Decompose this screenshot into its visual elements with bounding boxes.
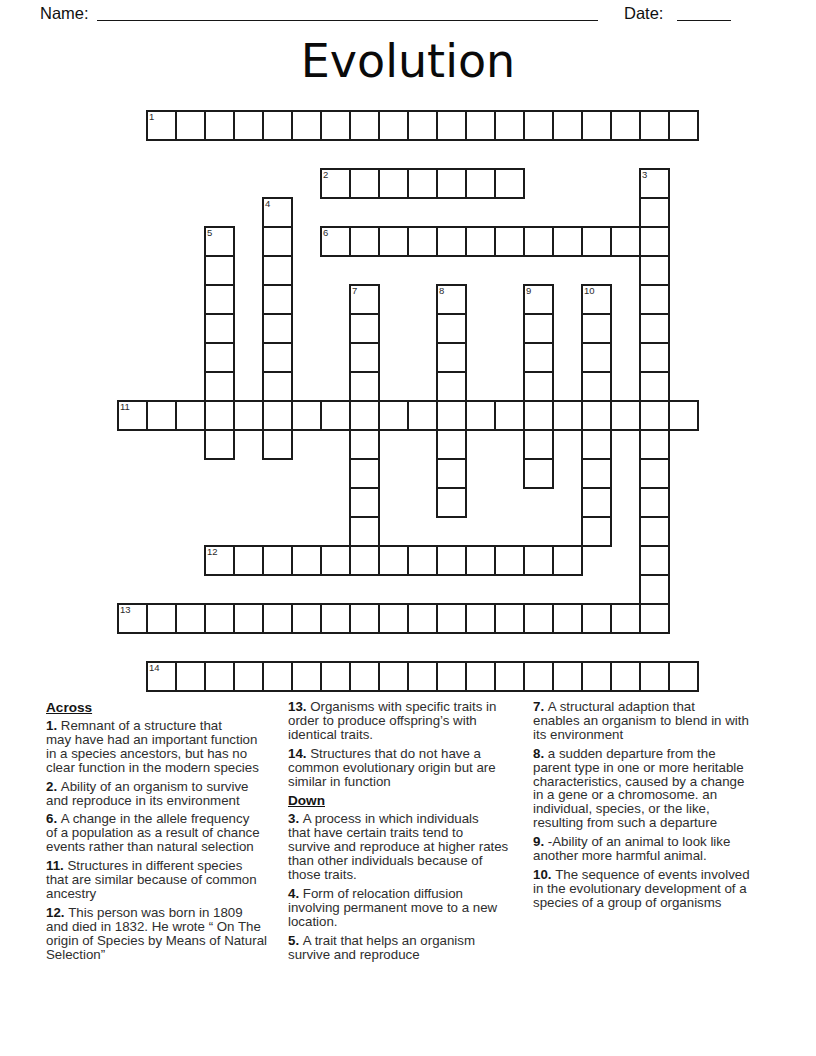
- cell-number: 9: [526, 286, 531, 296]
- grid-cell[interactable]: [262, 110, 293, 141]
- grid-cell[interactable]: [668, 400, 699, 431]
- grid-cell[interactable]: [581, 603, 612, 634]
- grid-cell[interactable]: [523, 110, 554, 141]
- grid-cell[interactable]: [436, 458, 467, 489]
- grid-cell[interactable]: [320, 545, 351, 576]
- crossword-grid: 1234567891011121314: [117, 110, 699, 692]
- grid-cell[interactable]: [639, 603, 670, 634]
- clue-number: 4.: [288, 886, 303, 901]
- clue-number: 7.: [533, 699, 548, 714]
- grid-cell[interactable]: [262, 661, 293, 692]
- grid-cell[interactable]: [581, 110, 612, 141]
- clue-number: 9.: [533, 834, 548, 849]
- grid-cell[interactable]: [204, 429, 235, 460]
- grid-cell[interactable]: [349, 400, 380, 431]
- grid-cell[interactable]: [349, 226, 380, 257]
- grid-cell[interactable]: [291, 400, 322, 431]
- grid-cell[interactable]: [639, 284, 670, 315]
- grid-cell[interactable]: [407, 168, 438, 199]
- grid-cell[interactable]: [204, 371, 235, 402]
- grid-cell[interactable]: [639, 487, 670, 518]
- grid-cell[interactable]: [639, 661, 670, 692]
- grid-cell[interactable]: [639, 516, 670, 547]
- grid-cell[interactable]: [233, 603, 264, 634]
- clue-text: Structures that do not have a common evo…: [288, 746, 496, 789]
- grid-cell[interactable]: [552, 110, 583, 141]
- clue-1: 1. Remnant of a structure that may have …: [46, 719, 294, 775]
- grid-cell[interactable]: [378, 603, 409, 634]
- grid-cell[interactable]: [494, 110, 525, 141]
- grid-cell[interactable]: [523, 661, 554, 692]
- grid-cell[interactable]: [291, 110, 322, 141]
- grid-cell[interactable]: [407, 110, 438, 141]
- grid-cell[interactable]: [465, 226, 496, 257]
- grid-cell[interactable]: [349, 429, 380, 460]
- grid-cell[interactable]: [320, 603, 351, 634]
- grid-cell[interactable]: [233, 110, 264, 141]
- grid-cell[interactable]: [262, 226, 293, 257]
- grid-cell[interactable]: [436, 371, 467, 402]
- cell-number: 13: [120, 605, 131, 615]
- grid-cell[interactable]: [639, 110, 670, 141]
- clue-14: 14. Structures that do not have a common…: [288, 747, 538, 789]
- grid-cell[interactable]: [262, 603, 293, 634]
- grid-cell[interactable]: [262, 313, 293, 344]
- cell-number: 3: [642, 170, 647, 180]
- grid-cell[interactable]: [639, 371, 670, 402]
- clue-number: 8.: [533, 746, 548, 761]
- grid-cell[interactable]: [494, 603, 525, 634]
- date-label: Date:: [624, 4, 663, 23]
- puzzle-title: Evolution: [0, 34, 816, 88]
- clue-text: A process in which individuals that have…: [288, 811, 508, 882]
- grid-cell[interactable]: [668, 661, 699, 692]
- grid-cell[interactable]: [204, 400, 235, 431]
- grid-cell[interactable]: [349, 458, 380, 489]
- grid-cell[interactable]: [407, 400, 438, 431]
- grid-cell[interactable]: [349, 313, 380, 344]
- clue-number: 10.: [533, 867, 555, 882]
- grid-cell[interactable]: [204, 661, 235, 692]
- grid-cell[interactable]: [436, 168, 467, 199]
- clue-text: Form of relocation diffusion involving p…: [288, 886, 497, 929]
- grid-cell[interactable]: [436, 342, 467, 373]
- clue-text: The sequence of events involved in the e…: [533, 867, 750, 910]
- cell-number: 2: [323, 170, 328, 180]
- grid-cell[interactable]: [639, 574, 670, 605]
- clue-11: 11. Structures in different species that…: [46, 859, 294, 901]
- grid-cell[interactable]: [349, 661, 380, 692]
- clue-number: 12.: [46, 905, 68, 920]
- clue-10: 10. The sequence of events involved in t…: [533, 868, 783, 910]
- clue-number: 5.: [288, 933, 303, 948]
- grid-cell[interactable]: [639, 400, 670, 431]
- clue-text: -Ability of an animal to look like anoth…: [533, 834, 730, 863]
- grid-cell[interactable]: [639, 545, 670, 576]
- grid-cell[interactable]: [639, 342, 670, 373]
- grid-cell[interactable]: [262, 545, 293, 576]
- grid-cell[interactable]: [523, 545, 554, 576]
- grid-cell[interactable]: [639, 458, 670, 489]
- grid-cell[interactable]: [175, 110, 206, 141]
- cell-number: 5: [207, 228, 212, 238]
- grid-cell[interactable]: [436, 603, 467, 634]
- clue-5: 5. A trait that helps an organism surviv…: [288, 934, 538, 962]
- clue-number: 1.: [46, 718, 61, 733]
- grid-cell[interactable]: [494, 400, 525, 431]
- grid-cell[interactable]: [407, 545, 438, 576]
- grid-cell[interactable]: [523, 400, 554, 431]
- grid-cell[interactable]: [523, 342, 554, 373]
- grid-cell[interactable]: [494, 168, 525, 199]
- grid-cell[interactable]: [610, 226, 641, 257]
- grid-cell[interactable]: [552, 603, 583, 634]
- grid-cell[interactable]: [581, 458, 612, 489]
- grid-cell[interactable]: [523, 429, 554, 460]
- cell-number: 12: [207, 547, 218, 557]
- grid-cell[interactable]: [204, 603, 235, 634]
- grid-cell[interactable]: [436, 226, 467, 257]
- grid-cell[interactable]: [581, 313, 612, 344]
- cell-number: 10: [584, 286, 595, 296]
- clue-7: 7. A structural adaption that enables an…: [533, 700, 783, 742]
- clues-column-1: Across1. Remnant of a structure that may…: [46, 700, 294, 967]
- grid-cell[interactable]: [146, 603, 177, 634]
- clue-number: 6.: [46, 811, 61, 826]
- grid-cell[interactable]: [523, 458, 554, 489]
- clue-text: Organisms with specific traits in order …: [288, 699, 496, 742]
- grid-cell[interactable]: [436, 400, 467, 431]
- grid-cell[interactable]: [465, 110, 496, 141]
- grid-cell[interactable]: [204, 284, 235, 315]
- clue-2: 2. Ability of an organism to survive and…: [46, 780, 294, 808]
- grid-cell[interactable]: [581, 487, 612, 518]
- grid-cell[interactable]: [175, 603, 206, 634]
- grid-cell[interactable]: [523, 603, 554, 634]
- grid-cell[interactable]: [639, 255, 670, 286]
- cell-number: 1: [149, 112, 154, 122]
- grid-cell[interactable]: [407, 661, 438, 692]
- grid-cell[interactable]: [552, 545, 583, 576]
- grid-cell[interactable]: [378, 661, 409, 692]
- grid-cell[interactable]: [291, 661, 322, 692]
- grid-cell[interactable]: [465, 603, 496, 634]
- grid-cell[interactable]: [523, 313, 554, 344]
- grid-cell[interactable]: [175, 400, 206, 431]
- grid-cell[interactable]: [320, 400, 351, 431]
- grid-cell[interactable]: [320, 110, 351, 141]
- grid-cell[interactable]: [581, 226, 612, 257]
- grid-cell[interactable]: [291, 545, 322, 576]
- grid-cell[interactable]: [436, 545, 467, 576]
- clue-text: A structural adaption that enables an or…: [533, 699, 749, 742]
- clues-column-2: 13. Organisms with specific traits in or…: [288, 700, 538, 967]
- clue-text: Structures in different species that are…: [46, 858, 257, 901]
- grid-cell[interactable]: [262, 255, 293, 286]
- cell-number: 4: [265, 199, 270, 209]
- grid-cell[interactable]: [581, 371, 612, 402]
- name-label: Name:: [40, 4, 89, 23]
- clue-text: Remnant of a structure that may have had…: [46, 718, 259, 775]
- clue-number: 14.: [288, 746, 310, 761]
- grid-cell[interactable]: [581, 661, 612, 692]
- grid-cell[interactable]: [581, 400, 612, 431]
- grid-cell[interactable]: [349, 487, 380, 518]
- grid-cell[interactable]: [407, 226, 438, 257]
- clue-13: 13. Organisms with specific traits in or…: [288, 700, 538, 742]
- name-blank-line[interactable]: [97, 4, 598, 21]
- cell-number: 8: [439, 286, 444, 296]
- grid-cell[interactable]: [262, 342, 293, 373]
- clue-text: a sudden departure from the parent type …: [533, 746, 744, 831]
- grid-cell[interactable]: [262, 400, 293, 431]
- clue-3: 3. A process in which individuals that h…: [288, 812, 538, 882]
- down-header: Down: [288, 793, 538, 808]
- grid-cell[interactable]: [494, 661, 525, 692]
- grid-cell[interactable]: [146, 400, 177, 431]
- clue-number: 2.: [46, 779, 61, 794]
- grid-cell[interactable]: [639, 429, 670, 460]
- grid-cell[interactable]: [262, 284, 293, 315]
- cell-number: 6: [323, 228, 328, 238]
- clue-4: 4. Form of relocation diffusion involvin…: [288, 887, 538, 929]
- grid-cell[interactable]: [610, 603, 641, 634]
- grid-cell[interactable]: [262, 429, 293, 460]
- grid-cell[interactable]: [378, 110, 409, 141]
- grid-cell[interactable]: [610, 400, 641, 431]
- grid-cell[interactable]: [233, 661, 264, 692]
- grid-cell[interactable]: [233, 400, 264, 431]
- grid-cell[interactable]: [581, 516, 612, 547]
- clue-text: Ability of an organism to survive and re…: [46, 779, 249, 808]
- grid-cell[interactable]: [349, 516, 380, 547]
- date-blank-line[interactable]: [677, 4, 731, 21]
- grid-cell[interactable]: [407, 603, 438, 634]
- grid-cell[interactable]: [436, 429, 467, 460]
- clue-6: 6. A change in the allele frequency of a…: [46, 812, 294, 854]
- grid-cell[interactable]: [378, 400, 409, 431]
- grid-cell[interactable]: [349, 603, 380, 634]
- grid-cell[interactable]: [523, 226, 554, 257]
- grid-cell[interactable]: [436, 487, 467, 518]
- across-header: Across: [46, 700, 294, 715]
- grid-cell[interactable]: [378, 545, 409, 576]
- grid-cell[interactable]: [581, 342, 612, 373]
- clue-number: 13.: [288, 699, 310, 714]
- grid-cell[interactable]: [494, 226, 525, 257]
- grid-cell[interactable]: [465, 545, 496, 576]
- grid-cell[interactable]: [552, 661, 583, 692]
- grid-cell[interactable]: [233, 545, 264, 576]
- cell-number: 11: [120, 402, 130, 412]
- clue-number: 11.: [46, 858, 67, 873]
- clue-12: 12. This person was born in 1809 and die…: [46, 906, 294, 962]
- grid-cell[interactable]: [436, 110, 467, 141]
- grid-cell[interactable]: [204, 110, 235, 141]
- grid-cell[interactable]: [639, 313, 670, 344]
- grid-cell[interactable]: [436, 661, 467, 692]
- grid-cell[interactable]: [610, 661, 641, 692]
- clue-text: A change in the allele frequency of a po…: [46, 811, 260, 854]
- clue-8: 8. a sudden departure from the parent ty…: [533, 747, 783, 830]
- grid-cell[interactable]: [465, 168, 496, 199]
- cell-number: 7: [352, 286, 357, 296]
- clues-column-3: 7. A structural adaption that enables an…: [533, 700, 783, 915]
- grid-cell[interactable]: [552, 226, 583, 257]
- grid-cell[interactable]: [262, 371, 293, 402]
- grid-cell[interactable]: [204, 342, 235, 373]
- grid-cell[interactable]: [291, 603, 322, 634]
- grid-cell[interactable]: [436, 313, 467, 344]
- clue-number: 3.: [288, 811, 303, 826]
- grid-cell[interactable]: [639, 197, 670, 228]
- grid-cell[interactable]: [610, 110, 641, 141]
- grid-cell[interactable]: [204, 255, 235, 286]
- grid-cell[interactable]: [465, 400, 496, 431]
- grid-cell[interactable]: [494, 545, 525, 576]
- grid-cell[interactable]: [378, 168, 409, 199]
- worksheet-page: { "header": { "name_label": "Name:", "da…: [0, 0, 816, 1056]
- clue-text: This person was born in 1809 and died in…: [46, 905, 267, 962]
- grid-cell[interactable]: [349, 545, 380, 576]
- grid-cell[interactable]: [349, 342, 380, 373]
- grid-cell[interactable]: [668, 110, 699, 141]
- grid-cell[interactable]: [552, 400, 583, 431]
- grid-cell[interactable]: [523, 371, 554, 402]
- grid-cell[interactable]: [378, 226, 409, 257]
- grid-cell[interactable]: [465, 661, 496, 692]
- clue-text: A trait that helps an organism survive a…: [288, 933, 475, 962]
- grid-cell[interactable]: [349, 371, 380, 402]
- clue-9: 9. -Ability of an animal to look like an…: [533, 835, 783, 863]
- grid-cell[interactable]: [349, 110, 380, 141]
- grid-cell[interactable]: [204, 313, 235, 344]
- grid-cell[interactable]: [581, 429, 612, 460]
- grid-cell[interactable]: [639, 226, 670, 257]
- grid-cell[interactable]: [349, 168, 380, 199]
- grid-cell[interactable]: [320, 661, 351, 692]
- grid-cell[interactable]: [175, 661, 206, 692]
- cell-number: 14: [149, 663, 160, 673]
